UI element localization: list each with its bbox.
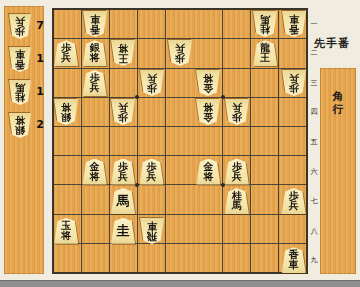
shogi-piece[interactable]: 金将 <box>196 70 220 96</box>
square-1-7: 歩兵 <box>282 188 306 214</box>
square-9-2: 歩兵 <box>54 40 78 66</box>
square-8-3: 歩兵 <box>83 70 107 96</box>
shogi-piece[interactable]: 銀将 <box>83 40 107 66</box>
row-label-8: 八 <box>309 226 319 236</box>
star-point <box>135 95 139 99</box>
gote-hand-count-歩兵: 7 <box>34 19 46 32</box>
shogi-piece[interactable]: 桂馬 <box>253 11 277 37</box>
row-label-3: 三 <box>309 78 319 88</box>
row-label-4: 四 <box>309 107 319 117</box>
sente-captured-pieces-tray: 角行 <box>320 68 356 274</box>
square-7-8: 圭 <box>111 218 135 244</box>
shogi-piece[interactable]: 歩兵 <box>225 99 249 125</box>
shogi-piece[interactable]: 金将 <box>196 99 220 125</box>
shogi-piece[interactable]: 香車 <box>9 47 31 72</box>
shogi-piece[interactable]: 香車 <box>282 11 306 37</box>
square-7-4: 歩兵 <box>111 99 135 125</box>
row-label-1: 一 <box>309 19 319 29</box>
square-9-4: 銀将 <box>54 99 78 125</box>
shogi-piece[interactable]: 飛車 <box>140 218 164 244</box>
shogi-piece[interactable]: 金将 <box>196 159 220 185</box>
shogi-piece[interactable]: 王将 <box>111 40 135 66</box>
gote-hand-count-銀将: 2 <box>34 118 46 131</box>
square-3-7: 桂馬 <box>225 188 249 214</box>
square-3-6: 歩兵 <box>225 159 249 185</box>
shogi-piece[interactable]: 桂馬 <box>225 188 249 214</box>
gote-hand-桂馬[interactable]: 桂馬1 <box>4 78 44 108</box>
shogi-piece[interactable]: 歩兵 <box>54 40 78 66</box>
shogi-piece[interactable]: 龍王 <box>253 40 277 66</box>
shogi-piece[interactable]: 歩兵 <box>225 159 249 185</box>
shogi-piece[interactable]: 香車 <box>83 11 107 37</box>
square-9-8: 玉将 <box>54 218 78 244</box>
square-6-8: 飛車 <box>140 218 164 244</box>
shogi-piece[interactable]: 銀将 <box>9 113 31 138</box>
gote-hand-count-香車: 1 <box>34 52 46 65</box>
shogi-piece[interactable]: 歩兵 <box>282 188 306 214</box>
square-8-2: 銀将 <box>83 40 107 66</box>
square-1-9: 香車 <box>282 247 306 273</box>
square-2-2: 龍王 <box>253 40 277 66</box>
sente-hand-piece-bishop[interactable]: 角行 <box>327 90 349 116</box>
turn-indicator: 先手番 <box>314 36 360 51</box>
shogi-piece[interactable]: 銀将 <box>54 99 78 125</box>
shogi-piece[interactable]: 歩兵 <box>111 159 135 185</box>
square-2-1: 桂馬 <box>253 11 277 37</box>
gote-hand-count-桂馬: 1 <box>34 85 46 98</box>
shogi-piece[interactable]: 金将 <box>83 159 107 185</box>
square-4-4: 金将 <box>196 99 220 125</box>
square-7-7: 馬 <box>111 188 135 214</box>
square-8-1: 香車 <box>83 11 107 37</box>
shogi-board[interactable]: 香車桂馬香車歩兵銀将王将歩兵龍王歩兵歩兵金将歩兵銀将歩兵金将歩兵金将歩兵歩兵金将… <box>52 8 308 274</box>
row-label-7: 七 <box>309 196 319 206</box>
shogi-piece[interactable]: 歩兵 <box>83 70 107 96</box>
row-label-9: 九 <box>309 255 319 265</box>
square-6-3: 歩兵 <box>140 70 164 96</box>
shogi-piece[interactable]: 歩兵 <box>140 159 164 185</box>
square-7-2: 王将 <box>111 40 135 66</box>
square-4-6: 金将 <box>196 159 220 185</box>
row-label-5: 五 <box>309 137 319 147</box>
square-7-6: 歩兵 <box>111 159 135 185</box>
window-bottom-edge <box>0 280 360 287</box>
gote-hand-銀将[interactable]: 銀将2 <box>4 111 44 141</box>
gote-hand-歩兵[interactable]: 歩兵7 <box>4 12 44 42</box>
shogi-piece[interactable]: 馬 <box>111 188 135 214</box>
square-6-6: 歩兵 <box>140 159 164 185</box>
shogi-piece[interactable]: 歩兵 <box>111 99 135 125</box>
shogi-app-window: { "game": "shogi", "turn_label": "先手番", … <box>0 0 360 287</box>
shogi-piece[interactable]: 歩兵 <box>168 40 192 66</box>
square-1-3: 歩兵 <box>282 70 306 96</box>
square-8-6: 金将 <box>83 159 107 185</box>
gote-captured-pieces-tray: 歩兵7香車1桂馬1銀将2 <box>4 6 44 274</box>
shogi-piece[interactable]: 歩兵 <box>282 70 306 96</box>
square-3-4: 歩兵 <box>225 99 249 125</box>
gote-hand-香車[interactable]: 香車1 <box>4 45 44 75</box>
shogi-piece[interactable]: 香車 <box>282 247 306 273</box>
square-4-3: 金将 <box>196 70 220 96</box>
shogi-piece[interactable]: 桂馬 <box>9 80 31 105</box>
shogi-piece[interactable]: 玉将 <box>54 218 78 244</box>
shogi-piece[interactable]: 圭 <box>111 218 135 244</box>
square-1-1: 香車 <box>282 11 306 37</box>
square-5-2: 歩兵 <box>168 40 192 66</box>
row-label-6: 六 <box>309 167 319 177</box>
shogi-piece[interactable]: 歩兵 <box>140 70 164 96</box>
shogi-piece[interactable]: 歩兵 <box>9 14 31 39</box>
